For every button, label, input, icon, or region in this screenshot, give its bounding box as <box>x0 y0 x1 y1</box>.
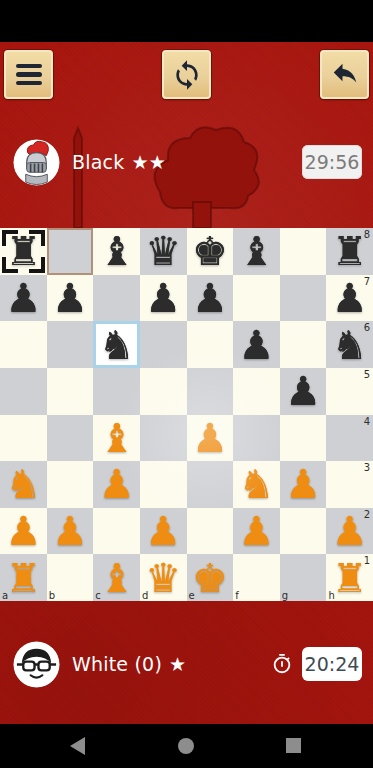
piece-white-rook[interactable]: ♜ <box>332 558 368 598</box>
piece-black-bishop[interactable]: ♝ <box>239 231 275 271</box>
rank-label-2: 2 <box>364 509 370 520</box>
square-d6[interactable] <box>140 321 187 368</box>
black-avatar-knight-icon <box>13 139 60 186</box>
undo-button[interactable] <box>320 50 369 99</box>
square-f7[interactable] <box>233 275 280 322</box>
square-a1[interactable]: ♜a <box>0 554 47 601</box>
square-f8[interactable]: ♝ <box>233 228 280 275</box>
square-d5[interactable] <box>140 368 187 415</box>
status-bar <box>0 0 373 42</box>
square-c3[interactable]: ♟ <box>93 461 140 508</box>
square-a5[interactable] <box>0 368 47 415</box>
square-h7[interactable]: ♟7 <box>326 275 373 322</box>
square-h8[interactable]: ♜8 <box>326 228 373 275</box>
square-e3[interactable] <box>187 461 234 508</box>
piece-black-pawn[interactable]: ♟ <box>239 325 275 365</box>
file-label-g: g <box>282 590 288 601</box>
piece-white-pawn[interactable]: ♟ <box>332 511 368 551</box>
square-g5[interactable]: ♟ <box>280 368 327 415</box>
square-a7[interactable]: ♟ <box>0 275 47 322</box>
sync-icon <box>171 59 203 91</box>
square-h1[interactable]: ♜1h <box>326 554 373 601</box>
white-player-name: White (0)★ <box>72 653 186 675</box>
square-h3[interactable]: 3 <box>326 461 373 508</box>
piece-white-pawn[interactable]: ♟ <box>239 511 275 551</box>
square-f1[interactable]: f <box>233 554 280 601</box>
square-h2[interactable]: ♟2 <box>326 508 373 555</box>
square-b6[interactable] <box>47 321 94 368</box>
rank-label-6: 6 <box>364 322 370 333</box>
rank-label-5: 5 <box>364 369 370 380</box>
piece-white-queen[interactable]: ♛ <box>145 558 181 598</box>
rank-label-8: 8 <box>364 229 370 240</box>
piece-white-knight[interactable]: ♞ <box>5 464 41 504</box>
square-d7[interactable]: ♟ <box>140 275 187 322</box>
piece-white-pawn[interactable]: ♟ <box>192 418 228 458</box>
piece-white-pawn[interactable]: ♟ <box>145 511 181 551</box>
square-a8[interactable]: ♜ <box>0 228 47 275</box>
square-c4[interactable]: ♝ <box>93 415 140 462</box>
piece-black-rook[interactable]: ♜ <box>5 231 41 271</box>
piece-white-bishop[interactable]: ♝ <box>99 558 135 598</box>
square-b2[interactable]: ♟ <box>47 508 94 555</box>
square-f4[interactable] <box>233 415 280 462</box>
chess-board: ♜♝♛♚♝♜8♟♟♟♟♟7♞♟♞6♟5♝♟4♞♟♞♟3♟♟♟♟♟2♜ab♝c♛d… <box>0 228 373 601</box>
piece-black-pawn[interactable]: ♟ <box>332 278 368 318</box>
square-h6[interactable]: ♞6 <box>326 321 373 368</box>
file-label-e: e <box>189 590 195 601</box>
square-e7[interactable]: ♟ <box>187 275 234 322</box>
file-label-h: h <box>328 590 334 601</box>
piece-black-rook[interactable]: ♜ <box>332 231 368 271</box>
square-a4[interactable] <box>0 415 47 462</box>
piece-white-knight[interactable]: ♞ <box>239 464 275 504</box>
piece-white-pawn[interactable]: ♟ <box>5 511 41 551</box>
white-clock: 20:24 <box>302 647 362 681</box>
square-b8[interactable] <box>47 228 94 275</box>
sync-button[interactable] <box>162 50 211 99</box>
android-back-icon[interactable] <box>70 737 85 755</box>
square-e8[interactable]: ♚ <box>187 228 234 275</box>
file-label-d: d <box>142 590 148 601</box>
square-g2[interactable] <box>280 508 327 555</box>
file-label-f: f <box>235 590 239 601</box>
square-e1[interactable]: ♚e <box>187 554 234 601</box>
undo-icon <box>330 60 360 90</box>
square-d8[interactable]: ♛ <box>140 228 187 275</box>
piece-white-king[interactable]: ♚ <box>192 558 228 598</box>
android-nav-bar <box>0 724 373 768</box>
piece-white-pawn[interactable]: ♟ <box>99 464 135 504</box>
square-c5[interactable] <box>93 368 140 415</box>
piece-black-queen[interactable]: ♛ <box>145 231 181 271</box>
turn-stopwatch-icon <box>271 652 293 676</box>
square-c1[interactable]: ♝c <box>93 554 140 601</box>
square-g7[interactable] <box>280 275 327 322</box>
square-e5[interactable] <box>187 368 234 415</box>
square-g3[interactable]: ♟ <box>280 461 327 508</box>
square-c2[interactable] <box>93 508 140 555</box>
piece-white-rook[interactable]: ♜ <box>5 558 41 598</box>
square-d3[interactable] <box>140 461 187 508</box>
square-h5[interactable]: 5 <box>326 368 373 415</box>
android-home-icon[interactable] <box>178 738 194 754</box>
piece-black-knight[interactable]: ♞ <box>99 325 135 365</box>
piece-black-pawn[interactable]: ♟ <box>5 278 41 318</box>
square-e6[interactable] <box>187 321 234 368</box>
phone-screen: Black★★ 29:56 ♜♝♛♚♝♜8♟♟♟♟♟7♞♟♞6♟5♝♟4♞♟♞♟… <box>0 0 373 768</box>
square-a6[interactable] <box>0 321 47 368</box>
piece-black-pawn[interactable]: ♟ <box>285 371 321 411</box>
square-c8[interactable]: ♝ <box>93 228 140 275</box>
piece-black-knight[interactable]: ♞ <box>332 325 368 365</box>
square-g8[interactable] <box>280 228 327 275</box>
piece-black-pawn[interactable]: ♟ <box>52 278 88 318</box>
square-f6[interactable]: ♟ <box>233 321 280 368</box>
menu-button[interactable] <box>4 50 53 99</box>
file-label-b: b <box>49 590 55 601</box>
square-a3[interactable]: ♞ <box>0 461 47 508</box>
square-f5[interactable] <box>233 368 280 415</box>
piece-white-pawn[interactable]: ♟ <box>285 464 321 504</box>
rank-label-1: 1 <box>364 555 370 566</box>
piece-white-bishop[interactable]: ♝ <box>99 418 135 458</box>
square-c6[interactable]: ♞ <box>93 321 140 368</box>
square-g4[interactable] <box>280 415 327 462</box>
square-e4[interactable]: ♟ <box>187 415 234 462</box>
square-g1[interactable]: g <box>280 554 327 601</box>
file-label-c: c <box>95 590 101 601</box>
square-e2[interactable] <box>187 508 234 555</box>
black-player-name: Black★★ <box>72 151 166 173</box>
square-d2[interactable]: ♟ <box>140 508 187 555</box>
square-a2[interactable]: ♟ <box>0 508 47 555</box>
white-rating-stars: ★ <box>169 653 186 675</box>
rank-label-7: 7 <box>364 276 370 287</box>
piece-black-king[interactable]: ♚ <box>192 231 228 271</box>
square-g6[interactable] <box>280 321 327 368</box>
square-b3[interactable] <box>47 461 94 508</box>
black-rating-stars: ★★ <box>131 151 165 173</box>
white-player-row: White (0)★ 20:24 <box>0 640 373 688</box>
hamburger-icon <box>16 64 42 86</box>
square-b4[interactable] <box>47 415 94 462</box>
square-b1[interactable]: b <box>47 554 94 601</box>
square-f3[interactable]: ♞ <box>233 461 280 508</box>
square-d1[interactable]: ♛d <box>140 554 187 601</box>
rank-label-4: 4 <box>364 416 370 427</box>
square-h4[interactable]: 4 <box>326 415 373 462</box>
square-d4[interactable] <box>140 415 187 462</box>
android-recents-icon[interactable] <box>286 738 301 753</box>
square-b7[interactable]: ♟ <box>47 275 94 322</box>
piece-black-pawn[interactable]: ♟ <box>192 278 228 318</box>
rank-label-3: 3 <box>364 462 370 473</box>
white-avatar-face-icon <box>13 641 60 688</box>
piece-black-pawn[interactable]: ♟ <box>145 278 181 318</box>
piece-white-pawn[interactable]: ♟ <box>52 511 88 551</box>
square-f2[interactable]: ♟ <box>233 508 280 555</box>
square-c7[interactable] <box>93 275 140 322</box>
file-label-a: a <box>2 590 8 601</box>
black-player-row: Black★★ 29:56 <box>0 138 373 186</box>
piece-black-bishop[interactable]: ♝ <box>99 231 135 271</box>
square-b5[interactable] <box>47 368 94 415</box>
black-clock: 29:56 <box>302 145 362 179</box>
